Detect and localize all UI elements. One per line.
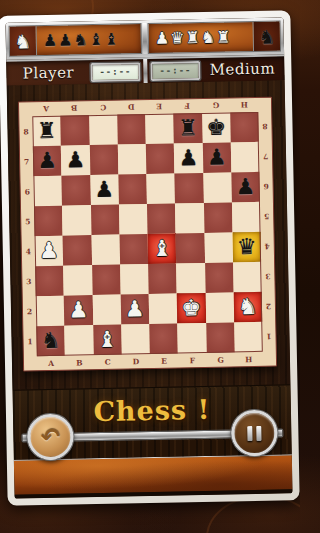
black-side-knight-icon: ♞ (252, 21, 280, 51)
rank-label-right-2: 2 (262, 292, 276, 322)
square-e1[interactable] (149, 323, 178, 354)
captured-white-rook: ♜ (185, 23, 200, 51)
black-clock: --:-- (150, 60, 200, 80)
square-a6[interactable] (33, 176, 62, 207)
rank-label-right-7: 7 (259, 142, 273, 172)
file-label-top-g: G (201, 98, 230, 113)
square-f2[interactable]: ♚ (177, 293, 206, 324)
square-g7[interactable]: ♟ (202, 142, 231, 173)
white-clock: --:-- (90, 62, 140, 82)
file-label-top-d: D (117, 100, 146, 115)
square-c1[interactable]: ♝ (93, 325, 122, 356)
square-h8[interactable] (230, 112, 259, 143)
square-g1[interactable] (206, 322, 235, 353)
white-pawn-a4: ♟ (39, 236, 59, 266)
pause-icon (247, 425, 261, 440)
control-bar: Chess ! ↶ (13, 384, 292, 459)
tray-divider (142, 23, 147, 54)
black-player-name: Medium (200, 59, 284, 79)
square-f8[interactable]: ♜ (173, 113, 202, 144)
square-a3[interactable] (35, 266, 64, 297)
square-e4[interactable]: ♝ (148, 233, 177, 264)
file-label-bottom-d: D (122, 354, 151, 369)
rank-label-left-5: 5 (21, 206, 35, 236)
black-pawn-g7: ♟ (207, 142, 227, 172)
white-pawn-d2: ♟ (125, 294, 145, 324)
rank-label-right-5: 5 (260, 202, 274, 232)
white-capture-tray: ♞ ♟♟♞♝♝ (9, 23, 143, 57)
black-rook-f8: ♜ (178, 113, 198, 143)
square-d2[interactable]: ♟ (120, 294, 149, 325)
board-area: ABCDEFGH8♜♜♚87♟♟♟♟76♟♟6554♟♝♛4332♟♟♚♞21♞… (7, 80, 291, 389)
square-a4[interactable]: ♟ (35, 236, 64, 267)
square-d5[interactable] (119, 204, 148, 235)
square-e7[interactable] (146, 143, 175, 174)
square-e2[interactable] (149, 293, 178, 324)
captured-black-bishop: ♝ (89, 25, 104, 53)
square-c7[interactable] (89, 145, 118, 176)
file-label-top-h: H (230, 98, 259, 113)
square-d8[interactable] (117, 114, 146, 145)
square-h7[interactable] (231, 142, 260, 173)
chess-app: ♞ ♟♟♞♝♝ ♟♛♜♞♜ ♞ Player --:-- (5, 17, 292, 498)
square-c3[interactable] (92, 265, 121, 296)
board-corner (24, 356, 37, 370)
rank-label-left-2: 2 (23, 296, 37, 326)
black-rook-a8: ♜ (37, 116, 57, 146)
square-f6[interactable] (175, 173, 204, 204)
captured-white-rook: ♜ (216, 23, 231, 51)
black-pawn-c6: ♟ (94, 175, 114, 205)
square-d4[interactable] (119, 234, 148, 265)
square-b8[interactable] (61, 115, 90, 146)
square-c4[interactable] (91, 235, 120, 266)
board-corner (263, 352, 276, 366)
square-a5[interactable] (34, 206, 63, 237)
square-a2[interactable] (36, 296, 65, 327)
square-e5[interactable] (147, 203, 176, 234)
square-b4[interactable] (63, 235, 92, 266)
square-c2[interactable] (92, 295, 121, 326)
captured-white-knight: ♞ (201, 23, 216, 51)
rank-label-right-1: 1 (262, 322, 276, 352)
file-label-top-f: F (173, 99, 202, 114)
captured-black-pawn: ♟ (43, 26, 58, 54)
undo-button[interactable]: ↶ (27, 413, 74, 460)
captured-black-pieces: ♟♟♞♝♝ (37, 25, 142, 55)
rank-label-left-8: 8 (19, 116, 33, 146)
undo-icon: ↶ (41, 425, 61, 448)
square-f3[interactable] (176, 263, 205, 294)
square-g4[interactable] (204, 232, 233, 263)
file-label-top-c: C (88, 101, 117, 116)
chess-board: ABCDEFGH8♜♜♚87♟♟♟♟76♟♟6554♟♝♛4332♟♟♚♞21♞… (18, 97, 277, 372)
white-side-knight-icon: ♞ (10, 26, 38, 56)
screenshot-frame: ♞ ♟♟♞♝♝ ♟♛♜♞♜ ♞ Player --:-- (0, 10, 300, 506)
square-c5[interactable] (90, 205, 119, 236)
pause-button[interactable] (231, 410, 278, 457)
captured-white-queen: ♛ (170, 24, 185, 52)
black-pawn-a7: ♟ (37, 146, 57, 176)
square-g2[interactable] (205, 292, 234, 323)
square-d3[interactable] (120, 264, 149, 295)
captured-black-bishop: ♝ (104, 25, 119, 53)
square-e8[interactable] (145, 114, 174, 145)
black-capture-tray: ♟♛♜♞♜ ♞ (147, 20, 281, 54)
file-label-bottom-h: H (235, 352, 264, 367)
square-g6[interactable] (203, 172, 232, 203)
black-pawn-h6: ♟ (235, 172, 255, 202)
square-f1[interactable] (178, 323, 207, 354)
file-label-top-a: A (32, 102, 61, 117)
square-g5[interactable] (203, 202, 232, 233)
file-label-top-e: E (145, 100, 174, 115)
square-h1[interactable] (234, 322, 263, 353)
rank-label-left-1: 1 (23, 326, 37, 356)
square-f4[interactable] (176, 233, 205, 264)
square-e3[interactable] (148, 263, 177, 294)
square-b5[interactable] (62, 205, 91, 236)
square-a8[interactable]: ♜ (32, 116, 61, 147)
square-c8[interactable] (89, 115, 118, 146)
square-h5[interactable] (232, 202, 261, 233)
file-label-bottom-e: E (150, 353, 179, 368)
file-label-bottom-a: A (37, 356, 66, 371)
black-queen-h4: ♛ (237, 232, 257, 262)
black-knight-a1: ♞ (41, 326, 61, 356)
square-f7[interactable]: ♟ (174, 143, 203, 174)
square-b7[interactable]: ♟ (61, 145, 90, 176)
capture-tray-bar: ♞ ♟♟♞♝♝ ♟♛♜♞♜ ♞ (5, 17, 284, 59)
square-g8[interactable]: ♚ (202, 112, 231, 143)
square-d7[interactable] (118, 144, 147, 175)
white-knight-h2: ♞ (238, 292, 258, 322)
rank-label-right-4: 4 (261, 232, 275, 262)
square-g3[interactable] (205, 262, 234, 293)
amber-wood-strip (14, 454, 293, 494)
file-label-bottom-c: C (93, 355, 122, 370)
square-h6[interactable]: ♟ (231, 172, 260, 203)
file-label-bottom-g: G (206, 352, 235, 367)
square-b1[interactable] (65, 325, 94, 356)
rank-label-right-8: 8 (258, 112, 272, 142)
captured-white-pieces: ♟♛♜♞♜ (149, 22, 254, 52)
square-f5[interactable] (175, 203, 204, 234)
white-king-f2: ♚ (181, 293, 201, 323)
black-king-g8: ♚ (206, 113, 226, 143)
rank-label-left-7: 7 (20, 146, 34, 176)
square-h3[interactable] (233, 262, 262, 293)
file-label-top-b: B (60, 101, 89, 116)
square-d6[interactable] (118, 174, 147, 205)
board-corner (19, 102, 32, 116)
file-label-bottom-f: F (178, 353, 207, 368)
white-pawn-b2: ♟ (68, 295, 88, 325)
square-a7[interactable]: ♟ (33, 146, 62, 177)
file-label-bottom-b: B (65, 355, 94, 370)
square-b6[interactable] (62, 175, 91, 206)
rank-label-right-6: 6 (259, 172, 273, 202)
square-c6[interactable]: ♟ (90, 175, 119, 206)
square-h2[interactable]: ♞ (233, 292, 262, 323)
square-d1[interactable] (121, 324, 150, 355)
rank-label-right-3: 3 (261, 262, 275, 292)
square-b3[interactable] (63, 265, 92, 296)
rank-label-left-6: 6 (20, 176, 34, 206)
square-a1[interactable]: ♞ (36, 326, 65, 357)
white-bishop-e4: ♝ (152, 234, 172, 264)
square-h4[interactable]: ♛ (232, 232, 261, 263)
white-bishop-c1: ♝ (97, 325, 117, 355)
white-player-name: Player (6, 63, 90, 83)
black-pawn-f7: ♟ (178, 143, 198, 173)
captured-black-knight: ♞ (73, 26, 88, 54)
square-b2[interactable]: ♟ (64, 295, 93, 326)
square-e6[interactable] (146, 173, 175, 204)
captured-white-pawn: ♟ (155, 24, 170, 52)
board-corner (258, 98, 271, 112)
captured-black-pawn: ♟ (58, 26, 73, 54)
black-pawn-b7: ♟ (65, 145, 85, 175)
rank-label-left-4: 4 (22, 236, 36, 266)
rank-label-left-3: 3 (22, 266, 36, 296)
